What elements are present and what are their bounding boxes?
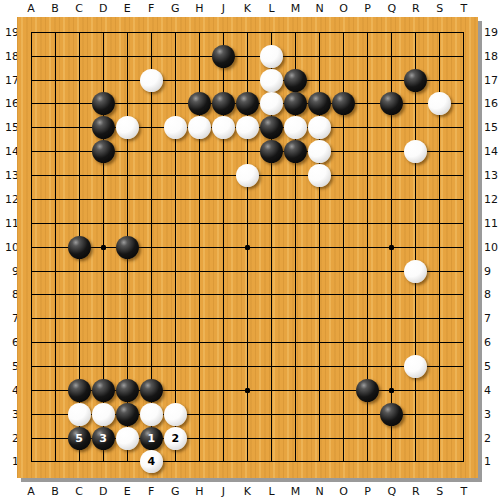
- column-label: D: [99, 1, 107, 16]
- column-label: L: [268, 1, 274, 16]
- black-stone: [140, 379, 163, 402]
- column-label: P: [364, 484, 371, 499]
- white-stone: [116, 427, 139, 450]
- column-label: N: [315, 484, 323, 499]
- row-label: 18: [484, 49, 500, 64]
- black-stone: [92, 140, 115, 163]
- white-stone: [236, 116, 259, 139]
- black-stone: 5: [68, 427, 91, 450]
- row-label: 10: [484, 240, 500, 255]
- column-label: J: [222, 1, 225, 16]
- grid-line-horizontal: [31, 271, 465, 272]
- white-stone: [68, 403, 91, 426]
- star-point: [389, 388, 394, 393]
- column-label: F: [148, 484, 154, 499]
- column-label: J: [222, 484, 225, 499]
- column-label: N: [315, 1, 323, 16]
- column-label: D: [99, 484, 107, 499]
- column-label: K: [244, 484, 251, 499]
- column-label: Q: [387, 1, 396, 16]
- white-stone: [164, 403, 187, 426]
- black-stone: [260, 116, 283, 139]
- grid-line-horizontal: [31, 342, 465, 343]
- black-stone: [284, 92, 307, 115]
- black-stone: [404, 69, 427, 92]
- row-label: 17: [484, 73, 500, 88]
- column-label: Q: [387, 484, 396, 499]
- column-label: O: [339, 1, 348, 16]
- black-stone: [92, 116, 115, 139]
- row-label: 13: [484, 168, 500, 183]
- black-stone: [260, 140, 283, 163]
- white-stone: [188, 116, 211, 139]
- star-point: [245, 245, 250, 250]
- white-stone: [308, 140, 331, 163]
- row-label: 7: [484, 311, 500, 326]
- column-label: G: [171, 1, 180, 16]
- row-label: 14: [484, 144, 500, 159]
- black-stone: [116, 403, 139, 426]
- column-label: K: [244, 1, 251, 16]
- go-board: 53124: [17, 17, 478, 478]
- row-label: 16: [484, 96, 500, 111]
- white-stone: [404, 355, 427, 378]
- white-stone: [236, 164, 259, 187]
- column-label: M: [291, 484, 301, 499]
- white-stone: [260, 92, 283, 115]
- column-label: E: [124, 1, 131, 16]
- white-stone: [212, 116, 235, 139]
- white-stone: [260, 69, 283, 92]
- column-label: M: [291, 1, 301, 16]
- black-stone: 3: [92, 427, 115, 450]
- black-stone: [212, 92, 235, 115]
- black-stone: [380, 92, 403, 115]
- white-stone: [284, 116, 307, 139]
- column-label: R: [412, 1, 420, 16]
- column-label: C: [75, 484, 83, 499]
- black-stone: [68, 236, 91, 259]
- black-stone: [68, 379, 91, 402]
- column-label: B: [51, 484, 59, 499]
- column-label: O: [339, 484, 348, 499]
- white-stone: [308, 164, 331, 187]
- black-stone: [284, 140, 307, 163]
- row-label: 6: [484, 335, 500, 350]
- black-stone: [332, 92, 355, 115]
- row-label: 19: [484, 25, 500, 40]
- column-label: A: [27, 1, 35, 16]
- move-number-label: 5: [75, 433, 83, 444]
- move-number-label: 1: [147, 433, 155, 444]
- black-stone: [92, 379, 115, 402]
- grid-line-horizontal: [31, 461, 465, 462]
- row-label: 1: [484, 454, 500, 469]
- star-point: [389, 245, 394, 250]
- column-label: G: [171, 484, 180, 499]
- column-label: B: [51, 1, 59, 16]
- row-label: 15: [484, 120, 500, 135]
- black-stone: [308, 92, 331, 115]
- row-label: 8: [484, 287, 500, 302]
- white-stone: [308, 116, 331, 139]
- column-label: R: [412, 484, 420, 499]
- white-stone: [164, 116, 187, 139]
- white-stone: [428, 92, 451, 115]
- row-label: 12: [484, 192, 500, 207]
- column-label: T: [461, 1, 468, 16]
- white-stone: [140, 403, 163, 426]
- column-label: F: [148, 1, 154, 16]
- move-number-label: 2: [171, 433, 179, 444]
- black-stone: [116, 236, 139, 259]
- black-stone: [236, 92, 259, 115]
- black-stone: [380, 403, 403, 426]
- grid-line-vertical: [463, 32, 464, 463]
- white-stone: [404, 260, 427, 283]
- black-stone: [92, 92, 115, 115]
- grid-line-vertical: [415, 32, 416, 463]
- star-point: [245, 388, 250, 393]
- column-label: H: [195, 1, 203, 16]
- black-stone: [356, 379, 379, 402]
- white-stone: [140, 69, 163, 92]
- row-label: 4: [484, 383, 500, 398]
- grid-line-horizontal: [31, 318, 465, 319]
- move-number-label: 3: [99, 433, 107, 444]
- star-point: [101, 245, 106, 250]
- column-label: T: [461, 484, 468, 499]
- white-stone: [116, 116, 139, 139]
- white-stone: 2: [164, 427, 187, 450]
- grid-line-horizontal: [31, 294, 465, 295]
- row-label: 2: [484, 431, 500, 446]
- row-label: 9: [484, 264, 500, 279]
- grid-line-horizontal: [31, 366, 465, 367]
- column-label: S: [436, 1, 443, 16]
- column-label: A: [27, 484, 35, 499]
- black-stone: [116, 379, 139, 402]
- column-label: S: [436, 484, 443, 499]
- row-label: 3: [484, 407, 500, 422]
- column-label: L: [268, 484, 274, 499]
- column-label: H: [195, 484, 203, 499]
- row-label: 5: [484, 359, 500, 374]
- white-stone: [92, 403, 115, 426]
- white-stone: [260, 45, 283, 68]
- column-label: E: [124, 484, 131, 499]
- white-stone: 4: [140, 450, 163, 473]
- column-label: P: [364, 1, 371, 16]
- black-stone: [212, 45, 235, 68]
- move-number-label: 4: [147, 456, 155, 467]
- black-stone: 1: [140, 427, 163, 450]
- black-stone: [284, 69, 307, 92]
- go-diagram-page: ABCDEFGHJKLMNOPQRST ABCDEFGHJKLMNOPQRST …: [0, 0, 500, 500]
- black-stone: [188, 92, 211, 115]
- row-label: 11: [484, 216, 500, 231]
- white-stone: [404, 140, 427, 163]
- column-label: C: [75, 1, 83, 16]
